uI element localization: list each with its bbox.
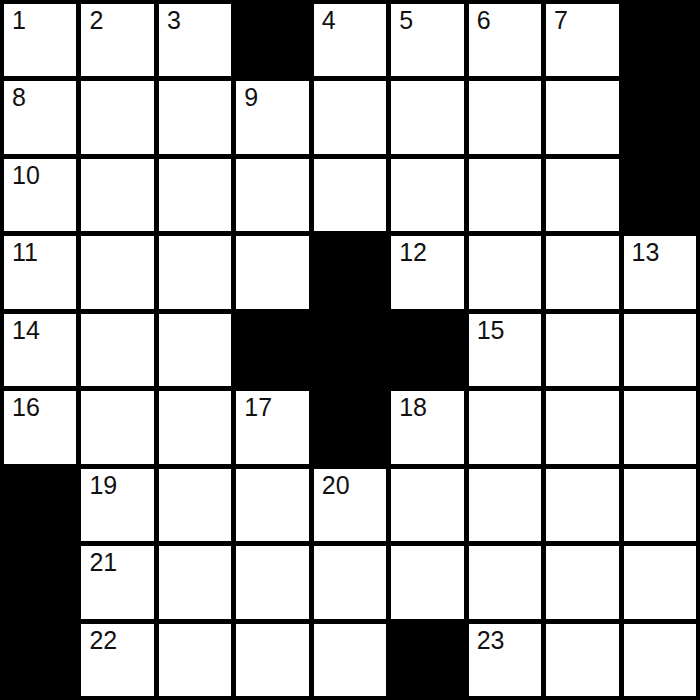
entry-cell-r8c6[interactable]	[391, 546, 463, 618]
clue-number: 20	[322, 473, 350, 498]
entry-cell-r3c5[interactable]	[314, 159, 386, 231]
entry-cell-r1c7[interactable]: 6	[469, 4, 541, 76]
entry-cell-r8c7[interactable]	[469, 546, 541, 618]
entry-cell-r5c7[interactable]: 15	[469, 314, 541, 386]
block-square-r8c1	[4, 546, 76, 618]
clue-number: 9	[244, 85, 258, 110]
entry-cell-r2c4[interactable]: 9	[236, 81, 308, 153]
entry-cell-r3c1[interactable]: 10	[4, 159, 76, 231]
clue-number: 1	[12, 8, 26, 33]
entry-cell-r8c5[interactable]	[314, 546, 386, 618]
clue-number: 6	[477, 8, 491, 33]
clue-number: 16	[12, 395, 40, 420]
entry-cell-r7c3[interactable]	[159, 469, 231, 541]
block-square-r5c5	[314, 314, 386, 386]
entry-cell-r1c6[interactable]: 5	[391, 4, 463, 76]
clue-number: 8	[12, 85, 26, 110]
entry-cell-r4c2[interactable]	[81, 236, 153, 308]
entry-cell-r4c6[interactable]: 12	[391, 236, 463, 308]
entry-cell-r5c8[interactable]	[546, 314, 618, 386]
entry-cell-r2c8[interactable]	[546, 81, 618, 153]
clue-number: 18	[399, 395, 427, 420]
clue-number: 15	[477, 318, 505, 343]
clue-number: 12	[399, 240, 427, 265]
entry-cell-r9c3[interactable]	[159, 624, 231, 696]
entry-cell-r6c7[interactable]	[469, 391, 541, 463]
entry-cell-r3c2[interactable]	[81, 159, 153, 231]
entry-cell-r8c9[interactable]	[624, 546, 696, 618]
clue-number: 23	[477, 628, 505, 653]
entry-cell-r2c7[interactable]	[469, 81, 541, 153]
entry-cell-r4c1[interactable]: 11	[4, 236, 76, 308]
block-square-r4c5	[314, 236, 386, 308]
entry-cell-r7c6[interactable]	[391, 469, 463, 541]
block-square-r1c4	[236, 4, 308, 76]
entry-cell-r5c3[interactable]	[159, 314, 231, 386]
block-square-r9c6	[391, 624, 463, 696]
entry-cell-r3c4[interactable]	[236, 159, 308, 231]
entry-cell-r4c8[interactable]	[546, 236, 618, 308]
entry-cell-r6c9[interactable]	[624, 391, 696, 463]
clue-number: 5	[399, 8, 413, 33]
clue-number: 3	[167, 8, 181, 33]
entry-cell-r2c6[interactable]	[391, 81, 463, 153]
entry-cell-r2c5[interactable]	[314, 81, 386, 153]
clue-number: 21	[89, 550, 117, 575]
clue-number: 14	[12, 318, 40, 343]
entry-cell-r4c3[interactable]	[159, 236, 231, 308]
entry-cell-r4c9[interactable]: 13	[624, 236, 696, 308]
entry-cell-r7c4[interactable]	[236, 469, 308, 541]
entry-cell-r6c1[interactable]: 16	[4, 391, 76, 463]
clue-number: 7	[554, 8, 568, 33]
entry-cell-r8c2[interactable]: 21	[81, 546, 153, 618]
entry-cell-r9c2[interactable]: 22	[81, 624, 153, 696]
entry-cell-r5c9[interactable]	[624, 314, 696, 386]
entry-cell-r5c2[interactable]	[81, 314, 153, 386]
entry-cell-r7c9[interactable]	[624, 469, 696, 541]
entry-cell-r6c3[interactable]	[159, 391, 231, 463]
block-square-r1c9	[624, 4, 696, 76]
entry-cell-r6c2[interactable]	[81, 391, 153, 463]
clue-number: 10	[12, 163, 40, 188]
entry-cell-r9c8[interactable]	[546, 624, 618, 696]
crossword-grid: 1234567891011121314151617181920212223	[0, 0, 700, 700]
entry-cell-r2c3[interactable]	[159, 81, 231, 153]
entry-cell-r5c1[interactable]: 14	[4, 314, 76, 386]
entry-cell-r6c6[interactable]: 18	[391, 391, 463, 463]
block-square-r9c1	[4, 624, 76, 696]
clue-number: 19	[89, 473, 117, 498]
entry-cell-r8c4[interactable]	[236, 546, 308, 618]
entry-cell-r7c8[interactable]	[546, 469, 618, 541]
entry-cell-r3c7[interactable]	[469, 159, 541, 231]
entry-cell-r1c2[interactable]: 2	[81, 4, 153, 76]
entry-cell-r1c8[interactable]: 7	[546, 4, 618, 76]
entry-cell-r7c2[interactable]: 19	[81, 469, 153, 541]
entry-cell-r6c4[interactable]: 17	[236, 391, 308, 463]
entry-cell-r1c3[interactable]: 3	[159, 4, 231, 76]
block-square-r7c1	[4, 469, 76, 541]
entry-cell-r4c7[interactable]	[469, 236, 541, 308]
entry-cell-r9c7[interactable]: 23	[469, 624, 541, 696]
block-square-r3c9	[624, 159, 696, 231]
block-square-r5c4	[236, 314, 308, 386]
entry-cell-r7c5[interactable]: 20	[314, 469, 386, 541]
clue-number: 4	[322, 8, 336, 33]
entry-cell-r4c4[interactable]	[236, 236, 308, 308]
block-square-r2c9	[624, 81, 696, 153]
entry-cell-r3c3[interactable]	[159, 159, 231, 231]
block-square-r6c5	[314, 391, 386, 463]
clue-number: 22	[89, 628, 117, 653]
clue-number: 17	[244, 395, 272, 420]
entry-cell-r2c1[interactable]: 8	[4, 81, 76, 153]
clue-number: 2	[89, 8, 103, 33]
entry-cell-r6c8[interactable]	[546, 391, 618, 463]
block-square-r5c6	[391, 314, 463, 386]
entry-cell-r3c6[interactable]	[391, 159, 463, 231]
entry-cell-r7c7[interactable]	[469, 469, 541, 541]
entry-cell-r1c1[interactable]: 1	[4, 4, 76, 76]
clue-number: 13	[632, 240, 660, 265]
entry-cell-r9c5[interactable]	[314, 624, 386, 696]
entry-cell-r9c9[interactable]	[624, 624, 696, 696]
entry-cell-r8c3[interactable]	[159, 546, 231, 618]
entry-cell-r1c5[interactable]: 4	[314, 4, 386, 76]
entry-cell-r3c8[interactable]	[546, 159, 618, 231]
entry-cell-r8c8[interactable]	[546, 546, 618, 618]
entry-cell-r2c2[interactable]	[81, 81, 153, 153]
clue-number: 11	[12, 240, 38, 265]
entry-cell-r9c4[interactable]	[236, 624, 308, 696]
